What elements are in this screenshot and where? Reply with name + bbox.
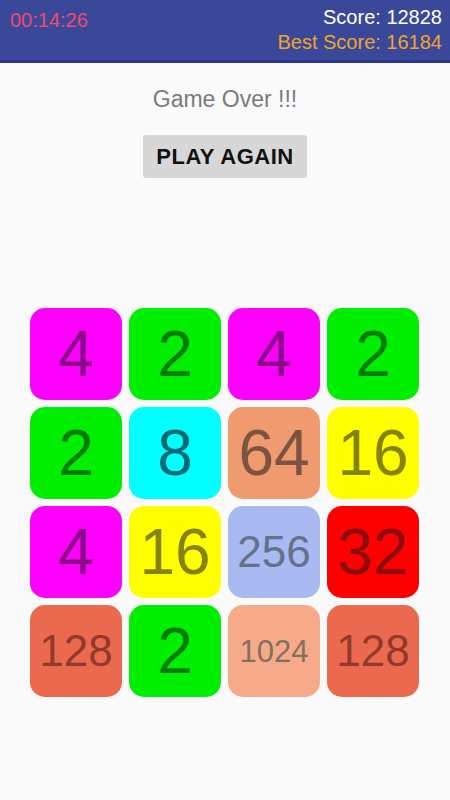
tile-64: 64 <box>228 407 320 499</box>
tile-2: 2 <box>327 308 419 400</box>
header-bar: 00:14:26 Score: 12828 Best Score: 16184 <box>0 0 450 63</box>
board-grid[interactable]: 42422864164162563212821024128 <box>30 308 419 697</box>
tile-32: 32 <box>327 506 419 598</box>
tile-2: 2 <box>129 605 221 697</box>
tile-2: 2 <box>129 308 221 400</box>
timer-text: 00:14:26 <box>10 9 88 32</box>
tile-16: 16 <box>129 506 221 598</box>
tile-128: 128 <box>327 605 419 697</box>
game-over-message: Game Over !!! <box>0 86 450 113</box>
tile-128: 128 <box>30 605 122 697</box>
tile-4: 4 <box>228 308 320 400</box>
tile-256: 256 <box>228 506 320 598</box>
tile-1024: 1024 <box>228 605 320 697</box>
score-text: Score: 12828 <box>323 6 442 29</box>
tile-4: 4 <box>30 308 122 400</box>
tile-8: 8 <box>129 407 221 499</box>
tile-2: 2 <box>30 407 122 499</box>
tile-4: 4 <box>30 506 122 598</box>
tile-16: 16 <box>327 407 419 499</box>
best-score-text: Best Score: 16184 <box>277 31 442 54</box>
play-again-button[interactable]: PLAY AGAIN <box>143 135 307 178</box>
